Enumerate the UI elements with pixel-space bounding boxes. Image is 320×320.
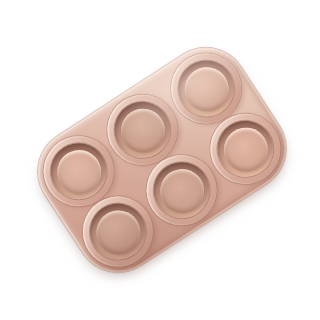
cup-4-bottom bbox=[88, 202, 149, 263]
cup-2-bottom bbox=[113, 100, 174, 161]
muffin-pan bbox=[22, 32, 302, 289]
cup-grid bbox=[30, 40, 294, 280]
cup-1-bottom bbox=[49, 142, 110, 203]
cup-5-bottom bbox=[152, 161, 213, 222]
product-photo bbox=[0, 0, 320, 320]
cup-5-cavity bbox=[143, 151, 220, 228]
cup-3-bottom bbox=[176, 59, 237, 120]
cup-6-bottom bbox=[216, 119, 277, 180]
cup-6-cavity bbox=[207, 110, 284, 187]
cup-4-cavity bbox=[79, 193, 156, 270]
